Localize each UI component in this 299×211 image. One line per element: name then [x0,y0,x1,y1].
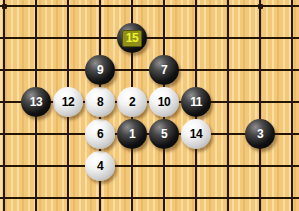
stone-black-3: 3 [245,119,275,149]
stone-black-11: 11 [181,87,211,117]
grid-line-horizontal [0,5,299,7]
move-number: 3 [257,128,263,140]
grid-line-horizontal [0,197,299,199]
stone-white-6: 6 [85,119,115,149]
grid-line-horizontal [0,37,299,39]
go-board[interactable]: 123456789101112131415 [0,0,299,211]
move-number: 10 [158,96,170,108]
move-number: 11 [190,96,202,108]
star-point [258,4,263,9]
star-point [2,4,7,9]
move-number: 6 [97,128,103,140]
grid-line-horizontal [0,165,299,167]
move-number: 9 [97,64,103,76]
stone-white-14: 14 [181,119,211,149]
move-number: 7 [161,64,167,76]
grid-line-vertical [259,0,261,211]
move-number: 12 [62,96,74,108]
move-number: 8 [97,96,103,108]
stone-black-9: 9 [85,55,115,85]
stone-white-10: 10 [149,87,179,117]
stone-black-1: 1 [117,119,147,149]
grid-line-vertical [3,0,5,211]
move-number: 13 [30,96,42,108]
move-number: 1 [129,128,135,140]
stone-black-13: 13 [21,87,51,117]
stone-white-4: 4 [85,151,115,181]
stone-white-8: 8 [85,87,115,117]
stone-white-12: 12 [53,87,83,117]
move-number: 4 [97,160,103,172]
last-move-badge: 15 [122,30,142,47]
move-number: 2 [129,96,135,108]
stone-white-2: 2 [117,87,147,117]
stone-black-15: 15 [117,23,147,53]
stone-black-7: 7 [149,55,179,85]
move-number: 5 [161,128,167,140]
stone-black-5: 5 [149,119,179,149]
grid-line-vertical [227,0,229,211]
grid-line-vertical [291,0,293,211]
move-number: 14 [190,128,202,140]
